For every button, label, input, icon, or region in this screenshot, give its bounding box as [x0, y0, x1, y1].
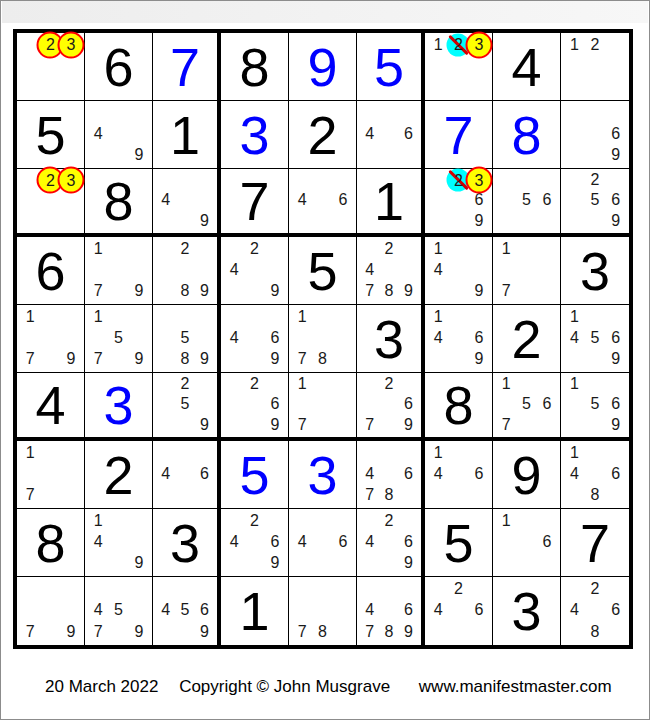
candidate-grid: 178 — [292, 306, 353, 370]
candidate-empty — [224, 394, 244, 414]
candidate-9: 9 — [265, 349, 285, 370]
candidate-empty — [379, 415, 398, 435]
candidate-1: 1 — [564, 306, 585, 327]
cell-r4c2[interactable]: 179 — [85, 237, 153, 305]
candidate-empty — [585, 55, 606, 76]
cell-r6c7[interactable]: 8 — [425, 373, 493, 441]
candidate-2: 2 — [175, 374, 194, 394]
cell-r1c1[interactable]: 23 — [17, 33, 85, 101]
candidate-empty — [312, 578, 332, 600]
candidate-empty — [175, 463, 194, 484]
candidate-9: 9 — [195, 281, 214, 302]
cell-r7c8[interactable]: 9 — [493, 441, 561, 509]
footer-website: www.manifestmaster.com — [419, 677, 612, 696]
candidate-5: 5 — [175, 394, 194, 414]
candidate-empty — [40, 600, 60, 622]
candidate-empty — [175, 485, 194, 506]
candidate-grid: 12 — [564, 34, 626, 98]
candidate-empty — [312, 600, 332, 622]
candidate-empty — [564, 145, 585, 166]
candidate-7: 7 — [20, 485, 40, 506]
candidate-empty — [564, 415, 585, 435]
cell-r4c1[interactable]: 6 — [17, 237, 85, 305]
cell-r2c2[interactable]: 49 — [85, 101, 153, 169]
cell-r4c5[interactable]: 5 — [289, 237, 357, 305]
candidate-digit: 3 — [474, 171, 483, 189]
cell-r5c9[interactable]: 14569 — [561, 305, 629, 373]
candidate-empty — [333, 170, 353, 190]
candidate-empty — [564, 485, 585, 506]
candidate-empty — [496, 170, 516, 190]
candidate-empty — [333, 306, 353, 327]
candidate-empty — [428, 578, 448, 600]
candidate-8: 8 — [312, 621, 332, 643]
footer-copyright: Copyright © John Musgrave — [179, 677, 390, 696]
candidate-empty — [564, 211, 585, 231]
candidate-5: 5 — [108, 600, 128, 622]
candidate-empty — [428, 190, 448, 210]
candidate-1: 1 — [88, 306, 108, 327]
candidate-empty — [156, 578, 175, 600]
candidate-9: 9 — [61, 621, 81, 643]
cell-r3c9[interactable]: 2569 — [561, 169, 629, 237]
cell-r5c8[interactable]: 2 — [493, 305, 561, 373]
cell-r1c3[interactable]: 7 — [153, 33, 221, 101]
candidate-9: 9 — [399, 415, 418, 435]
candidate-empty — [448, 77, 468, 98]
cell-r1c7[interactable]: 123 — [425, 33, 493, 101]
candidate-empty — [108, 306, 128, 327]
footer: 20 March 2022 Copyright © John Musgrave … — [45, 677, 612, 697]
candidate-empty — [585, 145, 606, 166]
candidate-1: 1 — [88, 238, 108, 259]
candidate-empty — [564, 55, 585, 76]
candidate-empty — [399, 259, 418, 280]
cell-r4c3[interactable]: 289 — [153, 237, 221, 305]
candidate-empty — [195, 442, 214, 463]
cell-r3c5[interactable]: 46 — [289, 169, 357, 237]
cell-r8c7[interactable]: 5 — [425, 509, 493, 577]
candidate-6: 6 — [399, 123, 418, 144]
cell-r6c2[interactable]: 3 — [85, 373, 153, 441]
candidate-empty — [129, 238, 149, 259]
candidate-grid: 2469 — [360, 510, 418, 574]
cell-r4c4[interactable]: 249 — [221, 237, 289, 305]
candidate-empty — [496, 394, 516, 414]
candidate-9: 9 — [265, 553, 285, 574]
candidate-empty — [605, 621, 626, 643]
candidate-empty — [360, 394, 379, 414]
cell-r8c6[interactable]: 2469 — [357, 509, 425, 577]
candidate-8: 8 — [379, 621, 398, 643]
candidate-empty — [516, 374, 536, 394]
candidate-empty — [448, 621, 468, 643]
cell-r7c4[interactable]: 5 — [221, 441, 289, 509]
cell-r2c3[interactable]: 1 — [153, 101, 221, 169]
cell-r3c6[interactable]: 1 — [357, 169, 425, 237]
candidate-8: 8 — [585, 485, 606, 506]
candidate-empty — [564, 621, 585, 643]
candidate-empty — [428, 211, 448, 231]
candidate-digit: 3 — [66, 36, 75, 54]
candidate-empty — [88, 327, 108, 348]
cell-r9c8[interactable]: 3 — [493, 577, 561, 645]
candidate-empty — [312, 531, 332, 552]
candidate-6: 6 — [265, 327, 285, 348]
candidate-empty — [537, 374, 557, 394]
candidate-6: 6 — [605, 463, 626, 484]
candidate-digit: 2 — [454, 171, 463, 189]
candidate-6: 6 — [195, 463, 214, 484]
cell-r9c4[interactable]: 1 — [221, 577, 289, 645]
candidate-empty — [333, 327, 353, 348]
candidate-empty — [516, 531, 536, 552]
cell-r7c7[interactable]: 146 — [425, 441, 493, 509]
candidate-9: 9 — [469, 211, 489, 231]
candidate-empty — [496, 553, 516, 574]
candidate-empty — [379, 145, 398, 166]
candidate-4: 4 — [564, 600, 585, 622]
cell-r1c9[interactable]: 12 — [561, 33, 629, 101]
candidate-empty — [399, 578, 418, 600]
cell-r1c6[interactable]: 5 — [357, 33, 425, 101]
candidate-empty — [428, 55, 448, 76]
cell-r7c5[interactable]: 3 — [289, 441, 357, 509]
candidate-5: 5 — [175, 600, 194, 622]
candidate-empty — [496, 531, 516, 552]
candidate-5: 5 — [516, 394, 536, 414]
candidate-5: 5 — [585, 190, 606, 210]
candidate-empty — [360, 442, 379, 463]
candidate-empty — [61, 211, 81, 231]
candidate-5: 5 — [175, 327, 194, 348]
cell-r3c3[interactable]: 49 — [153, 169, 221, 237]
candidate-empty — [175, 415, 194, 435]
candidate-3-yellow-circled: 3 — [469, 170, 489, 190]
candidate-grid: 79 — [20, 578, 81, 643]
candidate-empty — [379, 553, 398, 574]
cell-r9c1[interactable]: 79 — [17, 577, 85, 645]
candidate-empty — [61, 55, 81, 76]
cell-r5c5[interactable]: 178 — [289, 305, 357, 373]
candidate-empty — [448, 211, 468, 231]
cell-r1c4[interactable]: 8 — [221, 33, 289, 101]
candidate-empty — [537, 238, 557, 259]
candidate-empty — [156, 415, 175, 435]
candidate-empty — [129, 306, 149, 327]
candidate-4: 4 — [564, 327, 585, 348]
cell-r6c6[interactable]: 2679 — [357, 373, 425, 441]
candidate-empty — [399, 374, 418, 394]
candidate-9: 9 — [129, 553, 149, 574]
cell-r2c8[interactable]: 8 — [493, 101, 561, 169]
candidate-empty — [292, 553, 312, 574]
candidate-grid: 589 — [156, 306, 214, 370]
cell-r1c2[interactable]: 6 — [85, 33, 153, 101]
cell-r2c5[interactable]: 2 — [289, 101, 357, 169]
cell-r8c5[interactable]: 46 — [289, 509, 357, 577]
cell-r2c6[interactable]: 46 — [357, 101, 425, 169]
candidate-2: 2 — [379, 374, 398, 394]
candidate-2: 2 — [244, 374, 264, 394]
candidate-empty — [585, 374, 606, 394]
candidate-7: 7 — [292, 415, 312, 435]
candidate-empty — [175, 259, 194, 280]
candidate-empty — [244, 306, 264, 327]
cell-value: 1 — [221, 577, 288, 645]
candidate-empty — [108, 578, 128, 600]
cell-value: 5 — [221, 441, 288, 508]
candidate-empty — [108, 238, 128, 259]
candidate-grid: 2679 — [360, 374, 418, 435]
candidate-empty — [379, 102, 398, 123]
cell-r3c1[interactable]: 23 — [17, 169, 85, 237]
candidate-empty — [312, 553, 332, 574]
cell-r9c6[interactable]: 46789 — [357, 577, 425, 645]
candidate-7: 7 — [496, 415, 516, 435]
cell-r3c4[interactable]: 7 — [221, 169, 289, 237]
cell-r7c3[interactable]: 46 — [153, 441, 221, 509]
cell-r5c1[interactable]: 179 — [17, 305, 85, 373]
candidate-empty — [244, 553, 264, 574]
cell-r3c2[interactable]: 8 — [85, 169, 153, 237]
candidate-9: 9 — [61, 349, 81, 370]
cell-r7c9[interactable]: 1468 — [561, 441, 629, 509]
cell-r6c8[interactable]: 1567 — [493, 373, 561, 441]
cell-value: 3 — [493, 577, 560, 645]
candidate-empty — [175, 621, 194, 643]
candidate-8: 8 — [379, 281, 398, 302]
candidate-empty — [40, 77, 60, 98]
candidate-empty — [312, 170, 332, 190]
candidate-4: 4 — [360, 259, 379, 280]
candidate-2: 2 — [244, 510, 264, 531]
candidate-empty — [312, 510, 332, 531]
cell-r6c9[interactable]: 1569 — [561, 373, 629, 441]
candidate-empty — [360, 553, 379, 574]
candidate-6: 6 — [265, 531, 285, 552]
candidate-empty — [108, 553, 128, 574]
cell-r3c8[interactable]: 56 — [493, 169, 561, 237]
candidate-empty — [20, 578, 40, 600]
top-gray-bar — [2, 1, 648, 23]
candidate-empty — [88, 578, 108, 600]
candidate-8: 8 — [175, 349, 194, 370]
candidate-5: 5 — [516, 190, 536, 210]
cell-r8c2[interactable]: 149 — [85, 509, 153, 577]
cell-r6c1[interactable]: 4 — [17, 373, 85, 441]
cell-r8c3[interactable]: 3 — [153, 509, 221, 577]
candidate-empty — [312, 374, 332, 394]
candidate-empty — [428, 281, 448, 302]
candidate-grid: 1567 — [496, 374, 557, 435]
candidate-8: 8 — [312, 349, 332, 370]
candidate-9: 9 — [129, 145, 149, 166]
candidate-empty — [224, 415, 244, 435]
cell-r8c1[interactable]: 8 — [17, 509, 85, 577]
candidate-empty — [312, 415, 332, 435]
cell-r2c1[interactable]: 5 — [17, 101, 85, 169]
cell-r7c6[interactable]: 4678 — [357, 441, 425, 509]
cell-value: 8 — [17, 509, 84, 576]
candidate-empty — [61, 578, 81, 600]
cell-r5c6[interactable]: 3 — [357, 305, 425, 373]
candidate-9: 9 — [605, 415, 626, 435]
cell-value: 8 — [221, 33, 288, 100]
cell-value: 5 — [289, 237, 356, 304]
candidate-empty — [88, 102, 108, 123]
candidate-empty — [428, 77, 448, 98]
candidate-empty — [585, 463, 606, 484]
candidate-digit: 3 — [66, 171, 75, 189]
candidate-empty — [333, 510, 353, 531]
candidate-empty — [61, 442, 81, 463]
candidate-empty — [156, 211, 175, 231]
candidate-empty — [40, 349, 60, 370]
candidate-grid: 269 — [224, 374, 285, 435]
candidate-empty — [469, 485, 489, 506]
cell-r8c4[interactable]: 2469 — [221, 509, 289, 577]
cell-r9c7[interactable]: 246 — [425, 577, 493, 645]
candidate-empty — [360, 510, 379, 531]
candidate-grid: 2569 — [564, 170, 626, 231]
cell-r4c8[interactable]: 17 — [493, 237, 561, 305]
cell-r6c4[interactable]: 269 — [221, 373, 289, 441]
candidate-empty — [605, 485, 626, 506]
candidate-empty — [61, 463, 81, 484]
cell-value: 3 — [153, 509, 217, 576]
cell-r9c2[interactable]: 4579 — [85, 577, 153, 645]
cell-value: 7 — [425, 101, 492, 168]
candidate-1: 1 — [496, 238, 516, 259]
cell-r9c3[interactable]: 4569 — [153, 577, 221, 645]
cell-r9c9[interactable]: 2468 — [561, 577, 629, 645]
candidate-empty — [605, 170, 626, 190]
candidate-empty — [360, 102, 379, 123]
candidate-1: 1 — [428, 238, 448, 259]
cell-value: 8 — [493, 101, 560, 168]
candidate-empty — [448, 190, 468, 210]
candidate-6: 6 — [399, 394, 418, 414]
candidate-empty — [195, 306, 214, 327]
cell-r8c9[interactable]: 7 — [561, 509, 629, 577]
cell-r3c7[interactable]: 2369 — [425, 169, 493, 237]
cell-r2c9[interactable]: 69 — [561, 101, 629, 169]
candidate-1: 1 — [564, 442, 585, 463]
candidate-empty — [108, 145, 128, 166]
cell-r5c4[interactable]: 469 — [221, 305, 289, 373]
cell-value: 7 — [561, 509, 629, 576]
candidate-empty — [88, 553, 108, 574]
cell-r9c5[interactable]: 78 — [289, 577, 357, 645]
candidate-1: 1 — [428, 34, 448, 55]
candidate-8: 8 — [379, 485, 398, 506]
candidate-empty — [195, 190, 214, 210]
cell-r8c8[interactable]: 16 — [493, 509, 561, 577]
cell-value: 7 — [153, 33, 217, 100]
candidate-6: 6 — [333, 531, 353, 552]
cell-r1c5[interactable]: 9 — [289, 33, 357, 101]
candidate-empty — [244, 327, 264, 348]
cell-r6c3[interactable]: 259 — [153, 373, 221, 441]
candidate-empty — [61, 77, 81, 98]
candidate-6: 6 — [537, 531, 557, 552]
cell-r4c6[interactable]: 24789 — [357, 237, 425, 305]
cell-r4c9[interactable]: 3 — [561, 237, 629, 305]
candidate-empty — [585, 306, 606, 327]
candidate-empty — [108, 102, 128, 123]
candidate-grid: 46 — [292, 510, 353, 574]
candidate-empty — [469, 238, 489, 259]
candidate-empty — [175, 211, 194, 231]
candidate-empty — [224, 349, 244, 370]
cell-r5c3[interactable]: 589 — [153, 305, 221, 373]
candidate-grid: 1569 — [564, 374, 626, 435]
candidate-2: 2 — [448, 578, 468, 600]
cell-r7c2[interactable]: 2 — [85, 441, 153, 509]
candidate-empty — [312, 327, 332, 348]
candidate-empty — [564, 77, 585, 98]
cell-r1c8[interactable]: 4 — [493, 33, 561, 101]
candidate-empty — [516, 415, 536, 435]
candidate-empty — [224, 281, 244, 302]
cell-value: 3 — [561, 237, 629, 304]
cell-r2c4[interactable]: 3 — [221, 101, 289, 169]
cell-r7c1[interactable]: 17 — [17, 441, 85, 509]
candidate-6: 6 — [605, 600, 626, 622]
cell-r5c7[interactable]: 1469 — [425, 305, 493, 373]
cell-value: 3 — [85, 373, 152, 437]
candidate-empty — [156, 349, 175, 370]
candidate-empty — [156, 394, 175, 414]
cell-r5c2[interactable]: 1579 — [85, 305, 153, 373]
candidate-empty — [108, 281, 128, 302]
candidate-empty — [175, 442, 194, 463]
candidate-4: 4 — [360, 463, 379, 484]
candidate-6: 6 — [399, 531, 418, 552]
candidate-empty — [333, 553, 353, 574]
candidate-empty — [399, 145, 418, 166]
candidate-1: 1 — [428, 442, 448, 463]
candidate-5: 5 — [108, 327, 128, 348]
sudoku-page: 2367895123412549132467869238497461236956… — [0, 0, 650, 720]
candidate-empty — [40, 211, 60, 231]
candidate-empty — [156, 442, 175, 463]
cell-r6c5[interactable]: 17 — [289, 373, 357, 441]
candidate-grid: 1469 — [428, 306, 489, 370]
candidate-empty — [20, 327, 40, 348]
candidate-grid: 259 — [156, 374, 214, 435]
cell-r4c7[interactable]: 149 — [425, 237, 493, 305]
candidate-grid: 46 — [292, 170, 353, 231]
cell-value: 3 — [289, 441, 356, 508]
candidate-empty — [564, 394, 585, 414]
candidate-empty — [224, 553, 244, 574]
candidate-empty — [175, 170, 194, 190]
cell-r2c7[interactable]: 7 — [425, 101, 493, 169]
candidate-7: 7 — [496, 281, 516, 302]
candidate-1: 1 — [88, 510, 108, 531]
candidate-2: 2 — [585, 170, 606, 190]
candidate-grid: 49 — [156, 170, 214, 231]
candidate-empty — [379, 578, 398, 600]
candidate-9: 9 — [399, 553, 418, 574]
candidate-grid: 78 — [292, 578, 353, 643]
candidate-4: 4 — [428, 463, 448, 484]
candidate-empty — [195, 170, 214, 190]
candidate-1: 1 — [428, 306, 448, 327]
candidate-empty — [537, 510, 557, 531]
